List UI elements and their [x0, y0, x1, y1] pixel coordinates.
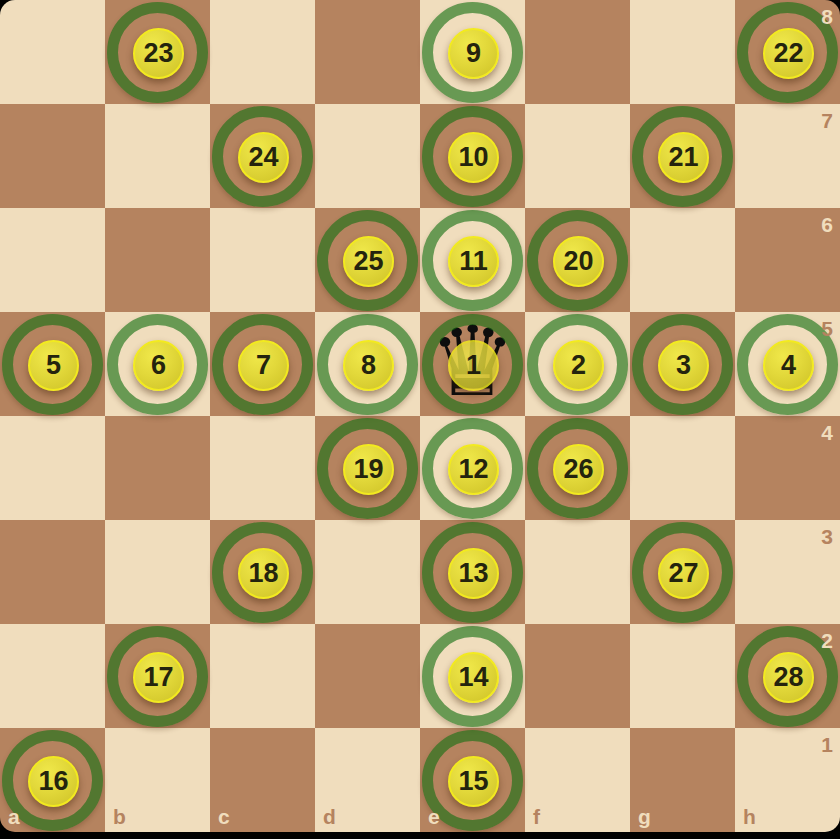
rank-label-6: 6: [821, 213, 833, 237]
target-number-h8: 22: [763, 28, 814, 79]
square-h5[interactable]: 45: [735, 312, 840, 416]
square-f4[interactable]: 26: [525, 416, 630, 520]
rank-label-8: 8: [821, 5, 833, 29]
square-h8[interactable]: 228: [735, 0, 840, 104]
target-number-g7: 21: [658, 132, 709, 183]
square-c1[interactable]: c: [210, 728, 315, 832]
square-a5[interactable]: 5: [0, 312, 105, 416]
target-number-g5: 3: [658, 340, 709, 391]
target-number-h2: 28: [763, 652, 814, 703]
file-label-h: h: [743, 805, 756, 829]
square-b7[interactable]: [105, 104, 210, 208]
target-number-a5: 5: [28, 340, 79, 391]
target-number-a1: 16: [28, 756, 79, 807]
square-b6[interactable]: [105, 208, 210, 312]
square-e6[interactable]: 11: [420, 208, 525, 312]
square-d5[interactable]: 8: [315, 312, 420, 416]
target-number-e7: 10: [448, 132, 499, 183]
square-g8[interactable]: [630, 0, 735, 104]
target-number-b2: 17: [133, 652, 184, 703]
square-b4[interactable]: [105, 416, 210, 520]
square-b5[interactable]: 6: [105, 312, 210, 416]
square-d3[interactable]: [315, 520, 420, 624]
square-b3[interactable]: [105, 520, 210, 624]
rank-label-3: 3: [821, 525, 833, 549]
square-a7[interactable]: [0, 104, 105, 208]
chess-board: 239228241021725112065678♛123451912264181…: [0, 0, 840, 832]
square-f7[interactable]: [525, 104, 630, 208]
target-number-e5: 1: [448, 340, 499, 391]
square-g4[interactable]: [630, 416, 735, 520]
square-h7[interactable]: 7: [735, 104, 840, 208]
file-label-e: e: [428, 805, 440, 829]
square-h4[interactable]: 4: [735, 416, 840, 520]
square-e3[interactable]: 13: [420, 520, 525, 624]
square-c2[interactable]: [210, 624, 315, 728]
square-d6[interactable]: 25: [315, 208, 420, 312]
rank-label-1: 1: [821, 733, 833, 757]
rank-label-4: 4: [821, 421, 833, 445]
square-b2[interactable]: 17: [105, 624, 210, 728]
square-f1[interactable]: f: [525, 728, 630, 832]
square-a6[interactable]: [0, 208, 105, 312]
square-a3[interactable]: [0, 520, 105, 624]
square-d1[interactable]: d: [315, 728, 420, 832]
square-f3[interactable]: [525, 520, 630, 624]
square-c6[interactable]: [210, 208, 315, 312]
file-label-g: g: [638, 805, 651, 829]
rank-label-7: 7: [821, 109, 833, 133]
target-number-d6: 25: [343, 236, 394, 287]
square-c3[interactable]: 18: [210, 520, 315, 624]
rank-label-2: 2: [821, 629, 833, 653]
target-number-f6: 20: [553, 236, 604, 287]
file-label-a: a: [8, 805, 20, 829]
target-number-f5: 2: [553, 340, 604, 391]
square-d2[interactable]: [315, 624, 420, 728]
file-label-c: c: [218, 805, 230, 829]
square-g5[interactable]: 3: [630, 312, 735, 416]
square-h3[interactable]: 3: [735, 520, 840, 624]
square-b8[interactable]: 23: [105, 0, 210, 104]
target-number-c7: 24: [238, 132, 289, 183]
file-label-b: b: [113, 805, 126, 829]
square-d4[interactable]: 19: [315, 416, 420, 520]
square-b1[interactable]: b: [105, 728, 210, 832]
target-number-h5: 4: [763, 340, 814, 391]
square-c4[interactable]: [210, 416, 315, 520]
square-g6[interactable]: [630, 208, 735, 312]
square-h2[interactable]: 282: [735, 624, 840, 728]
target-number-e2: 14: [448, 652, 499, 703]
square-g1[interactable]: g: [630, 728, 735, 832]
target-number-e4: 12: [448, 444, 499, 495]
rank-label-5: 5: [821, 317, 833, 341]
square-e7[interactable]: 10: [420, 104, 525, 208]
square-e8[interactable]: 9: [420, 0, 525, 104]
target-number-d5: 8: [343, 340, 394, 391]
square-g2[interactable]: [630, 624, 735, 728]
file-label-f: f: [533, 805, 540, 829]
square-a1[interactable]: 16a: [0, 728, 105, 832]
target-number-c5: 7: [238, 340, 289, 391]
target-number-d4: 19: [343, 444, 394, 495]
square-a8[interactable]: [0, 0, 105, 104]
square-c5[interactable]: 7: [210, 312, 315, 416]
square-d8[interactable]: [315, 0, 420, 104]
square-h6[interactable]: 6: [735, 208, 840, 312]
square-f8[interactable]: [525, 0, 630, 104]
target-number-c3: 18: [238, 548, 289, 599]
target-number-b8: 23: [133, 28, 184, 79]
square-g3[interactable]: 27: [630, 520, 735, 624]
square-e1[interactable]: 15e: [420, 728, 525, 832]
target-number-b5: 6: [133, 340, 184, 391]
target-number-g3: 27: [658, 548, 709, 599]
target-number-e8: 9: [448, 28, 499, 79]
square-c7[interactable]: 24: [210, 104, 315, 208]
file-label-d: d: [323, 805, 336, 829]
square-a4[interactable]: [0, 416, 105, 520]
square-f5[interactable]: 2: [525, 312, 630, 416]
square-e2[interactable]: 14: [420, 624, 525, 728]
target-number-e3: 13: [448, 548, 499, 599]
target-number-e6: 11: [448, 236, 499, 287]
square-g7[interactable]: 21: [630, 104, 735, 208]
square-e4[interactable]: 12: [420, 416, 525, 520]
square-f6[interactable]: 20: [525, 208, 630, 312]
target-number-e1: 15: [448, 756, 499, 807]
square-h1[interactable]: 1h: [735, 728, 840, 832]
square-a2[interactable]: [0, 624, 105, 728]
target-number-f4: 26: [553, 444, 604, 495]
square-c8[interactable]: [210, 0, 315, 104]
square-f2[interactable]: [525, 624, 630, 728]
square-d7[interactable]: [315, 104, 420, 208]
square-e5[interactable]: ♛1: [420, 312, 525, 416]
